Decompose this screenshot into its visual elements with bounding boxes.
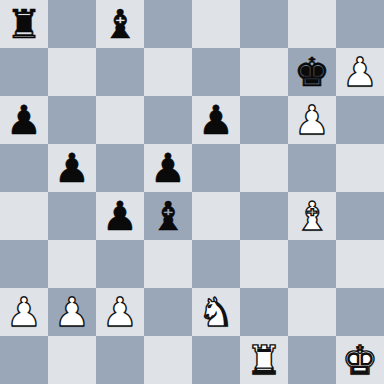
square-f3[interactable] [240,240,288,288]
white-rook-piece[interactable]: ♜ [246,336,282,384]
square-d3[interactable] [144,240,192,288]
square-g6[interactable]: ♟ [288,96,336,144]
square-d6[interactable] [144,96,192,144]
square-d2[interactable] [144,288,192,336]
square-f4[interactable] [240,192,288,240]
square-f1[interactable]: ♜ [240,336,288,384]
square-g8[interactable] [288,0,336,48]
square-b3[interactable] [48,240,96,288]
square-d8[interactable] [144,0,192,48]
square-h2[interactable] [336,288,384,336]
square-a5[interactable] [0,144,48,192]
square-h8[interactable] [336,0,384,48]
square-a4[interactable] [0,192,48,240]
square-c5[interactable] [96,144,144,192]
square-a2[interactable]: ♟ [0,288,48,336]
square-g7[interactable]: ♚ [288,48,336,96]
square-a8[interactable]: ♜ [0,0,48,48]
square-f5[interactable] [240,144,288,192]
square-h5[interactable] [336,144,384,192]
white-pawn-piece[interactable]: ♟ [6,288,42,336]
black-bishop-piece[interactable]: ♝ [102,0,138,48]
square-h3[interactable] [336,240,384,288]
square-b5[interactable]: ♟ [48,144,96,192]
black-rook-piece[interactable]: ♜ [6,0,42,48]
white-pawn-piece[interactable]: ♟ [342,48,378,96]
square-b8[interactable] [48,0,96,48]
square-c1[interactable] [96,336,144,384]
black-pawn-piece[interactable]: ♟ [150,144,186,192]
square-b2[interactable]: ♟ [48,288,96,336]
white-pawn-piece[interactable]: ♟ [102,288,138,336]
square-h1[interactable]: ♚ [336,336,384,384]
square-a3[interactable] [0,240,48,288]
black-pawn-piece[interactable]: ♟ [54,144,90,192]
square-e7[interactable] [192,48,240,96]
square-c2[interactable]: ♟ [96,288,144,336]
square-f7[interactable] [240,48,288,96]
square-c3[interactable] [96,240,144,288]
black-pawn-piece[interactable]: ♟ [6,96,42,144]
square-f2[interactable] [240,288,288,336]
square-e8[interactable] [192,0,240,48]
square-b6[interactable] [48,96,96,144]
square-a1[interactable] [0,336,48,384]
square-e6[interactable]: ♟ [192,96,240,144]
white-king-piece[interactable]: ♚ [342,336,378,384]
square-g5[interactable] [288,144,336,192]
square-c8[interactable]: ♝ [96,0,144,48]
square-h7[interactable]: ♟ [336,48,384,96]
black-king-piece[interactable]: ♚ [294,48,330,96]
square-a7[interactable] [0,48,48,96]
square-e5[interactable] [192,144,240,192]
square-f6[interactable] [240,96,288,144]
square-d5[interactable]: ♟ [144,144,192,192]
square-g3[interactable] [288,240,336,288]
square-g2[interactable] [288,288,336,336]
square-c6[interactable] [96,96,144,144]
black-pawn-piece[interactable]: ♟ [198,96,234,144]
white-pawn-piece[interactable]: ♟ [294,96,330,144]
square-a6[interactable]: ♟ [0,96,48,144]
square-b7[interactable] [48,48,96,96]
square-e3[interactable] [192,240,240,288]
square-g1[interactable] [288,336,336,384]
square-b4[interactable] [48,192,96,240]
black-pawn-piece[interactable]: ♟ [102,192,138,240]
square-d7[interactable] [144,48,192,96]
chess-board: ♜♝♚♟♟♟♟♟♟♟♝♝♟♟♟♞♜♚ [0,0,384,384]
black-bishop-piece[interactable]: ♝ [150,192,186,240]
square-f8[interactable] [240,0,288,48]
square-e1[interactable] [192,336,240,384]
square-h4[interactable] [336,192,384,240]
square-h6[interactable] [336,96,384,144]
square-b1[interactable] [48,336,96,384]
square-c7[interactable] [96,48,144,96]
white-knight-piece[interactable]: ♞ [198,288,234,336]
square-g4[interactable]: ♝ [288,192,336,240]
white-bishop-piece[interactable]: ♝ [294,192,330,240]
white-pawn-piece[interactable]: ♟ [54,288,90,336]
square-e2[interactable]: ♞ [192,288,240,336]
square-d1[interactable] [144,336,192,384]
square-d4[interactable]: ♝ [144,192,192,240]
square-e4[interactable] [192,192,240,240]
square-c4[interactable]: ♟ [96,192,144,240]
